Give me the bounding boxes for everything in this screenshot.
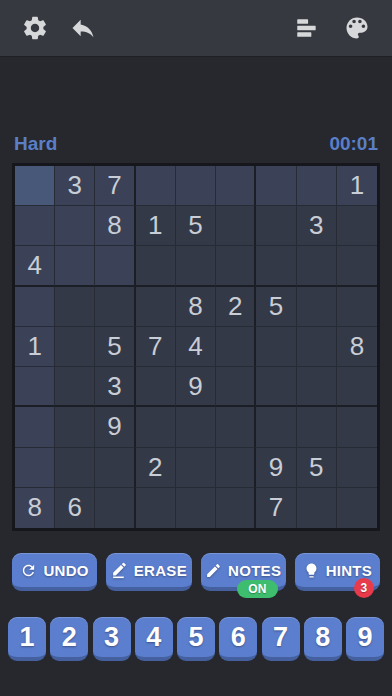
sudoku-cell-r6c1[interactable] — [15, 367, 55, 407]
numpad-button-7[interactable]: 7 — [262, 617, 300, 661]
sudoku-cell-r5c9[interactable]: 8 — [337, 327, 377, 367]
numpad-button-5[interactable]: 5 — [177, 617, 215, 661]
sudoku-cell-r4c2[interactable] — [55, 287, 95, 327]
sudoku-cell-r6c2[interactable] — [55, 367, 95, 407]
sudoku-cell-r1c7[interactable] — [256, 166, 296, 206]
erase-button[interactable]: ERASE — [106, 553, 191, 591]
sudoku-cell-r6c4[interactable] — [136, 367, 176, 407]
notes-button[interactable]: NOTES ON — [201, 553, 286, 591]
sudoku-cell-r1c9[interactable]: 1 — [337, 166, 377, 206]
sudoku-cell-r2c2[interactable] — [55, 206, 95, 246]
sudoku-cell-r3c6[interactable] — [216, 246, 256, 286]
palette-icon — [343, 14, 371, 42]
sudoku-cell-r8c1[interactable] — [15, 448, 55, 488]
sudoku-cell-r1c5[interactable] — [176, 166, 216, 206]
sudoku-board: 3718153482515748399295867 — [12, 163, 380, 531]
sudoku-cell-r2c8[interactable]: 3 — [297, 206, 337, 246]
settings-button[interactable] — [18, 11, 52, 45]
sudoku-cell-r4c3[interactable] — [95, 287, 135, 327]
sudoku-cell-r9c8[interactable] — [297, 488, 337, 528]
sudoku-cell-r8c6[interactable] — [216, 448, 256, 488]
sudoku-cell-r3c9[interactable] — [337, 246, 377, 286]
stats-bars-icon — [294, 15, 320, 41]
hints-count-badge: 3 — [354, 578, 374, 598]
numpad-button-4[interactable]: 4 — [135, 617, 173, 661]
sudoku-cell-r9c3[interactable] — [95, 488, 135, 528]
sudoku-cell-r8c9[interactable] — [337, 448, 377, 488]
sudoku-cell-r6c9[interactable] — [337, 367, 377, 407]
numpad-button-6[interactable]: 6 — [219, 617, 257, 661]
sudoku-cell-r7c2[interactable] — [55, 407, 95, 447]
sudoku-cell-r7c4[interactable] — [136, 407, 176, 447]
sudoku-cell-r1c4[interactable] — [136, 166, 176, 206]
sudoku-cell-r5c7[interactable] — [256, 327, 296, 367]
hints-button[interactable]: HINTS 3 — [295, 553, 380, 591]
sudoku-cell-r7c1[interactable] — [15, 407, 55, 447]
hints-label: HINTS — [326, 562, 373, 579]
sudoku-cell-r4c6[interactable]: 2 — [216, 287, 256, 327]
sudoku-cell-r8c5[interactable] — [176, 448, 216, 488]
erase-label: ERASE — [134, 562, 187, 579]
numpad-button-8[interactable]: 8 — [304, 617, 342, 661]
sudoku-cell-r1c8[interactable] — [297, 166, 337, 206]
top-bar — [0, 0, 392, 57]
sudoku-cell-r2c1[interactable] — [15, 206, 55, 246]
undo-button[interactable]: UNDO — [12, 553, 97, 591]
numpad-button-1[interactable]: 1 — [8, 617, 46, 661]
erase-pencil-icon — [111, 562, 128, 579]
back-button[interactable] — [66, 11, 100, 45]
sudoku-cell-r7c7[interactable] — [256, 407, 296, 447]
sudoku-cell-r4c9[interactable] — [337, 287, 377, 327]
notes-on-badge: ON — [237, 580, 278, 598]
sudoku-cell-r2c3[interactable]: 8 — [95, 206, 135, 246]
sudoku-cell-r8c4[interactable]: 2 — [136, 448, 176, 488]
sudoku-cell-r7c9[interactable] — [337, 407, 377, 447]
sudoku-cell-r9c9[interactable] — [337, 488, 377, 528]
sudoku-cell-r5c6[interactable] — [216, 327, 256, 367]
sudoku-cell-r7c8[interactable] — [297, 407, 337, 447]
sudoku-cell-r8c7[interactable]: 9 — [256, 448, 296, 488]
sudoku-cell-r2c6[interactable] — [216, 206, 256, 246]
sudoku-cell-r2c4[interactable]: 1 — [136, 206, 176, 246]
sudoku-cell-r5c2[interactable] — [55, 327, 95, 367]
sudoku-cell-r4c8[interactable] — [297, 287, 337, 327]
sudoku-cell-r5c1[interactable]: 1 — [15, 327, 55, 367]
sudoku-cell-r9c4[interactable] — [136, 488, 176, 528]
sudoku-cell-r9c2[interactable]: 6 — [55, 488, 95, 528]
sudoku-cell-r9c7[interactable]: 7 — [256, 488, 296, 528]
sudoku-cell-r3c8[interactable] — [297, 246, 337, 286]
status-row: Hard 00:01 — [14, 133, 378, 155]
sudoku-cell-r4c4[interactable] — [136, 287, 176, 327]
notes-pen-icon — [205, 562, 222, 579]
difficulty-label: Hard — [14, 133, 57, 155]
sudoku-cell-r9c1[interactable]: 8 — [15, 488, 55, 528]
sudoku-cell-r7c5[interactable] — [176, 407, 216, 447]
sudoku-cell-r8c3[interactable] — [95, 448, 135, 488]
sudoku-cell-r1c6[interactable] — [216, 166, 256, 206]
sudoku-cell-r6c8[interactable] — [297, 367, 337, 407]
sudoku-cell-r6c7[interactable] — [256, 367, 296, 407]
sudoku-cell-r1c3[interactable]: 7 — [95, 166, 135, 206]
sudoku-cell-r9c6[interactable] — [216, 488, 256, 528]
sudoku-cell-r4c5[interactable]: 8 — [176, 287, 216, 327]
sudoku-cell-r3c7[interactable] — [256, 246, 296, 286]
gear-icon — [21, 14, 49, 42]
sudoku-cell-r4c1[interactable] — [15, 287, 55, 327]
sudoku-cell-r3c1[interactable]: 4 — [15, 246, 55, 286]
sudoku-cell-r3c4[interactable] — [136, 246, 176, 286]
sudoku-cell-r5c5[interactable]: 4 — [176, 327, 216, 367]
sudoku-cell-r8c2[interactable] — [55, 448, 95, 488]
sudoku-cell-r6c3[interactable]: 3 — [95, 367, 135, 407]
sudoku-cell-r3c3[interactable] — [95, 246, 135, 286]
sudoku-cell-r7c6[interactable] — [216, 407, 256, 447]
numpad-button-2[interactable]: 2 — [50, 617, 88, 661]
sudoku-cell-r5c8[interactable] — [297, 327, 337, 367]
sudoku-cell-r7c3[interactable]: 9 — [95, 407, 135, 447]
sudoku-cell-r4c7[interactable]: 5 — [256, 287, 296, 327]
sudoku-cell-r2c5[interactable]: 5 — [176, 206, 216, 246]
sudoku-cell-r8c8[interactable]: 5 — [297, 448, 337, 488]
theme-button[interactable] — [340, 11, 374, 45]
undo-label: UNDO — [43, 562, 88, 579]
numpad-button-9[interactable]: 9 — [346, 617, 384, 661]
sudoku-cell-r2c7[interactable] — [256, 206, 296, 246]
stats-button[interactable] — [290, 11, 324, 45]
back-arrow-icon — [69, 14, 97, 42]
notes-label: NOTES — [228, 562, 281, 579]
sudoku-cell-r6c5[interactable]: 9 — [176, 367, 216, 407]
sudoku-cell-r2c9[interactable] — [337, 206, 377, 246]
numpad-button-3[interactable]: 3 — [93, 617, 131, 661]
sudoku-cell-r5c4[interactable]: 7 — [136, 327, 176, 367]
timer: 00:01 — [329, 133, 378, 155]
sudoku-cell-r6c6[interactable] — [216, 367, 256, 407]
sudoku-cell-r5c3[interactable]: 5 — [95, 327, 135, 367]
control-bar: UNDO ERASE NOTES ON HINTS 3 — [12, 553, 380, 591]
sudoku-cell-r3c2[interactable] — [55, 246, 95, 286]
sudoku-cell-r1c2[interactable]: 3 — [55, 166, 95, 206]
sudoku-cell-r1c1[interactable] — [15, 166, 55, 206]
undo-icon — [20, 562, 37, 579]
number-pad: 123456789 — [8, 617, 384, 661]
sudoku-cell-r3c5[interactable] — [176, 246, 216, 286]
sudoku-cell-r9c5[interactable] — [176, 488, 216, 528]
hint-bulb-icon — [303, 562, 320, 579]
